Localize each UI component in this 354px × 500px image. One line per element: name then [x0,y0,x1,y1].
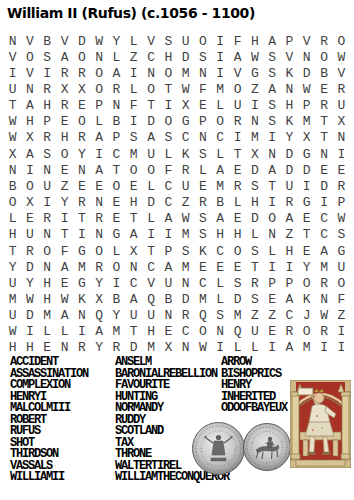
puzzle-title: William II (Rufus) (c.1056 - 1100) [7,5,255,21]
grid-cell: U [177,33,194,49]
grid-cell: M [177,65,194,81]
grid-cell: O [229,81,246,97]
grid-cell: R [281,194,298,210]
grid-cell: N [333,130,350,146]
grid-cell: N [160,308,177,324]
grid-cell: X [246,146,263,162]
grid-cell: N [73,308,90,324]
grid-cell: E [194,178,211,194]
grid-cell: U [4,275,21,291]
word-list-column-1: ACCIDENTASSASSINATIONCOMPLEXIONHENRYIMAL… [10,357,88,484]
grid-cell: X [125,243,142,259]
grid-cell: A [229,49,246,65]
grid-cell: I [21,324,38,340]
grid-cell: M [229,308,246,324]
grid-cell: H [21,340,38,356]
grid-cell: E [56,275,73,291]
grid-cell: L [212,291,229,307]
grid-cell: T [298,227,315,243]
grid-cell: M [194,291,211,307]
grid-cell: I [298,178,315,194]
grid-cell: O [298,275,315,291]
grid-cell: G [108,227,125,243]
grid-cell: O [315,49,332,65]
grid-cell: L [229,340,246,356]
grid-cell: L [212,146,229,162]
grid-cell: L [160,146,177,162]
grid-cell: A [90,162,107,178]
grid-cell: I [160,98,177,114]
grid-cell: E [194,98,211,114]
grid-cell: C [108,146,125,162]
grid-cell: Q [194,308,211,324]
grid-cell: O [108,259,125,275]
grid-cell: Q [90,308,107,324]
grid-cell: B [39,33,56,49]
grid-cell: R [108,81,125,97]
word-search-grid: NVBVDWYLVSUOIFHAPVROVOSAONLZCHDSIAWSVNOW… [4,33,350,356]
grid-cell: E [333,162,350,178]
grid-cell: Y [56,194,73,210]
grid-cell: T [125,211,142,227]
grid-cell: R [73,340,90,356]
grid-cell: H [229,227,246,243]
grid-cell: E [73,178,90,194]
grid-cell: I [212,65,229,81]
grid-cell: D [142,114,159,130]
grid-cell: Z [281,227,298,243]
grid-cell: M [298,340,315,356]
grid-cell: U [21,227,38,243]
grid-cell: W [177,211,194,227]
grid-cell: Z [246,308,263,324]
grid-cell: M [177,259,194,275]
grid-cell: L [212,98,229,114]
grid-cell: I [90,146,107,162]
grid-cell: D [298,65,315,81]
grid-cell: R [315,324,332,340]
grid-cell: A [21,98,38,114]
grid-cell: T [4,98,21,114]
grid-cell: W [194,340,211,356]
grid-cell: N [298,49,315,65]
grid-cell: E [315,81,332,97]
grid-cell: S [39,49,56,65]
grid-cell: Z [246,81,263,97]
grid-cell: E [56,162,73,178]
grid-cell: K [73,291,90,307]
grid-cell: X [160,340,177,356]
grid-cell: D [246,162,263,178]
grid-cell: K [298,291,315,307]
grid-cell: K [281,114,298,130]
grid-cell: O [160,114,177,130]
grid-cell: E [73,98,90,114]
grid-cell: Y [108,33,125,49]
grid-cell: I [142,227,159,243]
grid-cell: U [246,324,263,340]
grid-cell: H [212,227,229,243]
grid-cell: I [212,49,229,65]
grid-cell: E [229,259,246,275]
grid-cell: D [229,291,246,307]
grid-cell: Z [333,308,350,324]
grid-cell: D [298,162,315,178]
grid-cell: Y [281,130,298,146]
grid-cell: O [21,49,38,65]
grid-cell: I [73,324,90,340]
grid-cell: E [21,211,38,227]
grid-cell: R [73,194,90,210]
grid-cell: R [73,65,90,81]
grid-cell: V [142,33,159,49]
grid-cell: P [263,275,280,291]
seal-coin-left-image [192,422,245,475]
grid-cell: O [142,81,159,97]
grid-cell: A [315,243,332,259]
grid-cell: E [108,194,125,210]
grid-cell: W [4,324,21,340]
grid-cell: H [160,49,177,65]
grid-cell: Y [4,259,21,275]
grid-cell: A [90,324,107,340]
grid-cell: I [125,114,142,130]
grid-cell: R [333,178,350,194]
grid-cell: G [298,146,315,162]
grid-cell: S [246,243,263,259]
grid-cell: E [125,178,142,194]
grid-cell: H [4,340,21,356]
grid-cell: T [108,162,125,178]
grid-cell: O [4,194,21,210]
grid-cell: L [246,227,263,243]
grid-cell: U [333,98,350,114]
grid-cell: S [263,114,280,130]
grid-cell: N [315,291,332,307]
grid-cell: N [194,130,211,146]
grid-cell: G [177,114,194,130]
grid-cell: U [4,308,21,324]
grid-cell: M [298,114,315,130]
grid-cell: P [281,275,298,291]
grid-cell: S [177,243,194,259]
grid-cell: W [90,33,107,49]
grid-cell: U [4,81,21,97]
grid-cell: X [90,291,107,307]
grid-cell: I [246,98,263,114]
grid-cell: D [281,162,298,178]
grid-cell: D [315,178,332,194]
grid-cell: H [246,33,263,49]
grid-cell: R [21,243,38,259]
grid-cell: U [125,308,142,324]
grid-cell: I [39,194,56,210]
grid-cell: S [39,146,56,162]
grid-cell: E [229,162,246,178]
grid-cell: O [212,114,229,130]
grid-cell: U [39,178,56,194]
grid-cell: E [263,291,280,307]
grid-cell: C [315,211,332,227]
word-list-column-3: ARROWBISHOPRICSHENRYINHERITEDODOOFBAYEUX [221,357,287,415]
grid-cell: N [39,259,56,275]
grid-cell: W [177,81,194,97]
grid-cell: I [21,162,38,178]
grid-cell: S [194,227,211,243]
grid-cell: I [315,340,332,356]
grid-cell: F [229,33,246,49]
grid-cell: N [108,98,125,114]
grid-cell: G [333,243,350,259]
grid-cell: M [177,227,194,243]
grid-cell: L [142,178,159,194]
grid-cell: X [73,81,90,97]
grid-cell: T [73,211,90,227]
grid-cell: M [315,259,332,275]
grid-cell: I [315,194,332,210]
grid-cell: R [90,211,107,227]
grid-cell: R [56,98,73,114]
grid-cell: Q [142,291,159,307]
grid-cell: S [229,275,246,291]
grid-cell: I [263,130,280,146]
grid-cell: S [246,291,263,307]
grid-cell: H [39,275,56,291]
grid-cell: P [108,130,125,146]
grid-cell: I [263,194,280,210]
grid-cell: M [125,146,142,162]
grid-cell: L [142,211,159,227]
grid-cell: N [4,162,21,178]
grid-cell: Z [177,194,194,210]
grid-cell: I [108,275,125,291]
grid-cell: C [281,308,298,324]
grid-cell: D [246,211,263,227]
grid-cell: R [315,275,332,291]
grid-cell: A [263,33,280,49]
grid-cell: R [39,211,56,227]
grid-cell: C [315,227,332,243]
grid-cell: Q [229,324,246,340]
grid-cell: A [160,211,177,227]
grid-cell: R [194,194,211,210]
grid-cell: O [160,65,177,81]
grid-cell: N [246,114,263,130]
grid-cell: L [108,49,125,65]
grid-cell: O [229,243,246,259]
grid-cell: V [298,33,315,49]
grid-cell: G [73,243,90,259]
grid-cell: L [125,33,142,49]
grid-cell: C [177,130,194,146]
grid-cell: N [177,340,194,356]
grid-cell: W [4,130,21,146]
grid-cell: E [212,259,229,275]
grid-cell: N [177,275,194,291]
grid-cell: A [263,81,280,97]
grid-cell: A [281,211,298,227]
grid-cell: O [142,162,159,178]
grid-cell: O [39,243,56,259]
grid-cell: N [142,65,159,81]
grid-cell: R [229,178,246,194]
grid-cell: N [73,162,90,178]
grid-cell: X [21,194,38,210]
grid-cell: N [212,324,229,340]
grid-cell: Z [263,308,280,324]
grid-cell: R [229,114,246,130]
grid-cell: O [108,178,125,194]
grid-cell: B [108,114,125,130]
grid-cell: H [281,98,298,114]
grid-cell: L [194,162,211,178]
grid-cell: E [298,243,315,259]
grid-cell: T [315,114,332,130]
grid-cell: X [4,146,21,162]
grid-cell: S [263,49,280,65]
grid-cell: M [142,340,159,356]
grid-cell: A [21,146,38,162]
grid-cell: D [281,146,298,162]
grid-cell: H [142,324,159,340]
grid-cell: D [177,49,194,65]
grid-cell: I [125,65,142,81]
grid-cell: R [73,130,90,146]
grid-cell: N [21,81,38,97]
grid-cell: R [177,162,194,178]
grid-cell: N [56,340,73,356]
grid-cell: Y [90,275,107,291]
grid-cell: L [125,81,142,97]
grid-cell: W [4,114,21,130]
grid-cell: A [263,162,280,178]
grid-cell: H [281,243,298,259]
grid-cell: P [39,114,56,130]
grid-cell: O [263,211,280,227]
grid-cell: R [39,81,56,97]
grid-cell: I [160,227,177,243]
grid-cell: F [56,243,73,259]
grid-cell: B [160,291,177,307]
grid-cell: D [125,340,142,356]
grid-cell: N [39,162,56,178]
grid-cell: I [229,130,246,146]
grid-cell: N [90,194,107,210]
grid-cell: A [212,211,229,227]
grid-cell: N [315,146,332,162]
grid-cell: A [125,227,142,243]
grid-cell: C [142,259,159,275]
grid-cell: F [125,98,142,114]
grid-cell: N [90,49,107,65]
grid-cell: T [160,81,177,97]
grid-cell: I [212,33,229,49]
grid-cell: E [90,178,107,194]
grid-cell: A [56,259,73,275]
grid-cell: T [315,130,332,146]
grid-cell: D [21,308,38,324]
grid-cell: V [281,49,298,65]
grid-cell: S [160,33,177,49]
grid-cell: Y [73,146,90,162]
grid-cell: Y [108,308,125,324]
grid-cell: L [229,194,246,210]
grid-cell: N [39,227,56,243]
grid-cell: X [21,130,38,146]
grid-cell: E [229,211,246,227]
seal-coin-right-image [243,423,291,471]
grid-cell: D [21,259,38,275]
grid-cell: H [56,130,73,146]
grid-cell: S [333,227,350,243]
grid-cell: I [4,65,21,81]
grid-cell: O [56,146,73,162]
grid-cell: V [142,275,159,291]
grid-cell: X [298,130,315,146]
grid-cell: N [281,81,298,97]
grid-cell: E [160,324,177,340]
grid-cell: L [56,324,73,340]
grid-cell: T [142,243,159,259]
grid-cell: L [246,340,263,356]
grid-cell: D [142,194,159,210]
grid-cell: S [263,98,280,114]
grid-cell: E [108,211,125,227]
grid-cell: C [177,324,194,340]
grid-cell: B [212,194,229,210]
grid-cell: A [281,340,298,356]
grid-cell: H [39,291,56,307]
grid-cell: P [160,243,177,259]
grid-cell: S [246,178,263,194]
grid-cell: T [4,243,21,259]
grid-cell: O [73,114,90,130]
grid-cell: S [160,130,177,146]
grid-cell: L [108,243,125,259]
grid-cell: E [263,324,280,340]
grid-cell: S [194,211,211,227]
grid-cell: A [56,49,73,65]
grid-cell: V [229,65,246,81]
grid-cell: O [90,243,107,259]
grid-cell: S [194,146,211,162]
grid-cell: E [315,162,332,178]
grid-cell: P [281,33,298,49]
grid-cell: T [229,146,246,162]
grid-cell: W [56,291,73,307]
grid-cell: S [263,65,280,81]
grid-cell: U [333,259,350,275]
grid-cell: Z [56,178,73,194]
grid-cell: G [73,275,90,291]
grid-cell: S [194,49,211,65]
grid-cell: I [333,324,350,340]
grid-cell: R [246,275,263,291]
grid-cell: P [194,114,211,130]
grid-cell: A [212,162,229,178]
grid-cell: W [246,49,263,65]
grid-cell: U [142,146,159,162]
grid-cell: M [246,130,263,146]
puzzle-page: William II (Rufus) (c.1056 - 1100) NVBVD… [0,0,354,500]
grid-cell: H [125,194,142,210]
grid-cell: V [56,33,73,49]
grid-cell: T [142,98,159,114]
grid-cell: E [56,114,73,130]
grid-cell: K [281,65,298,81]
grid-cell: O [90,65,107,81]
grid-cell: W [333,211,350,227]
